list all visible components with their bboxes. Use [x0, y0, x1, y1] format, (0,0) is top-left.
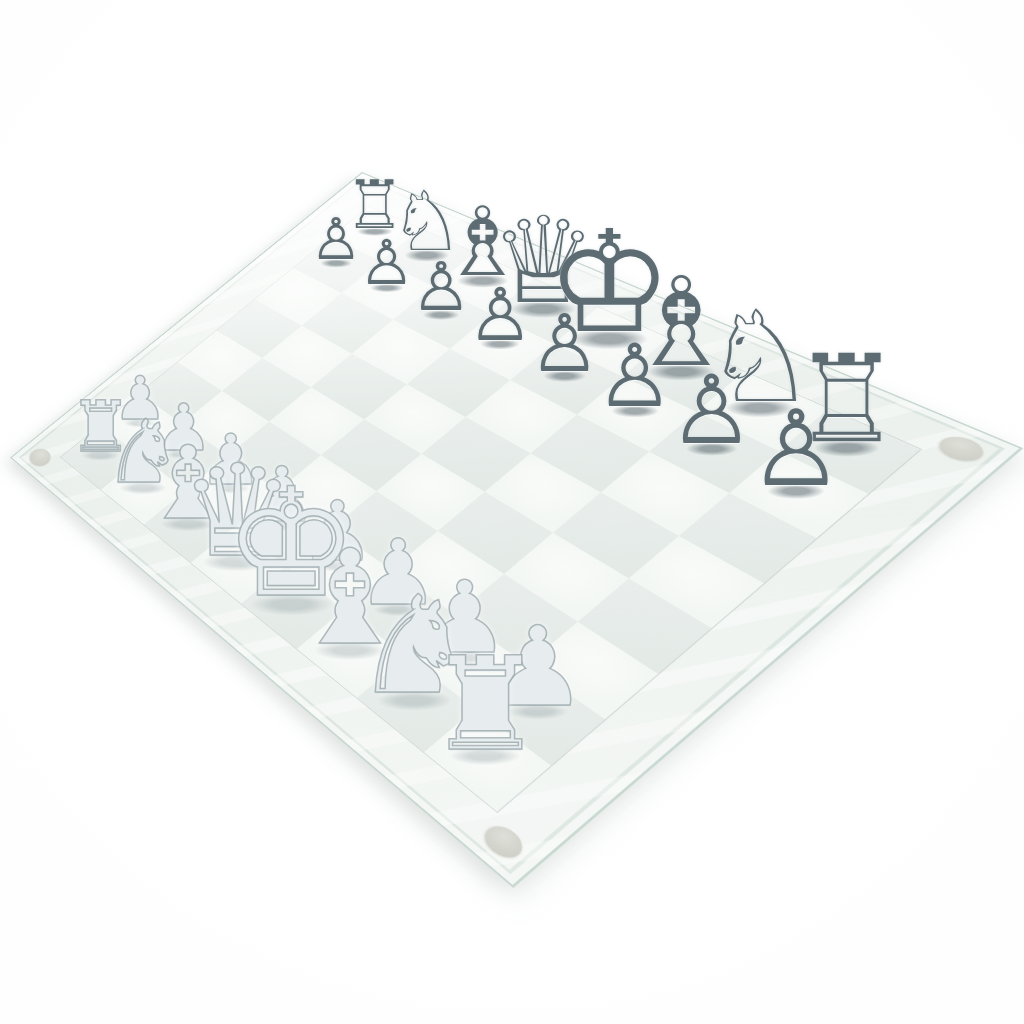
pieces-layer: ♖♘♗♕♔♗♘♖♙♙♙♙♙♙♙♙♟♟♟♟♟♟♟♟♜♞♝♛♚♝♞♜: [0, 0, 1024, 1024]
p-glyph: ♙: [468, 279, 533, 352]
p-glyph: ♙: [749, 396, 843, 501]
p-glyph: ♙: [596, 333, 674, 420]
p-glyph: ♙: [310, 211, 362, 269]
p-glyph: ♙: [529, 305, 600, 384]
r-glyph: ♜: [427, 639, 543, 768]
p-glyph: ♙: [669, 363, 754, 458]
scene: ♖♘♗♕♔♗♘♖♙♙♙♙♙♙♙♙♟♟♟♟♟♟♟♟♜♞♝♛♚♝♞♜: [0, 0, 1024, 1024]
p-glyph: ♙: [359, 232, 415, 294]
p-glyph: ♙: [411, 255, 471, 322]
